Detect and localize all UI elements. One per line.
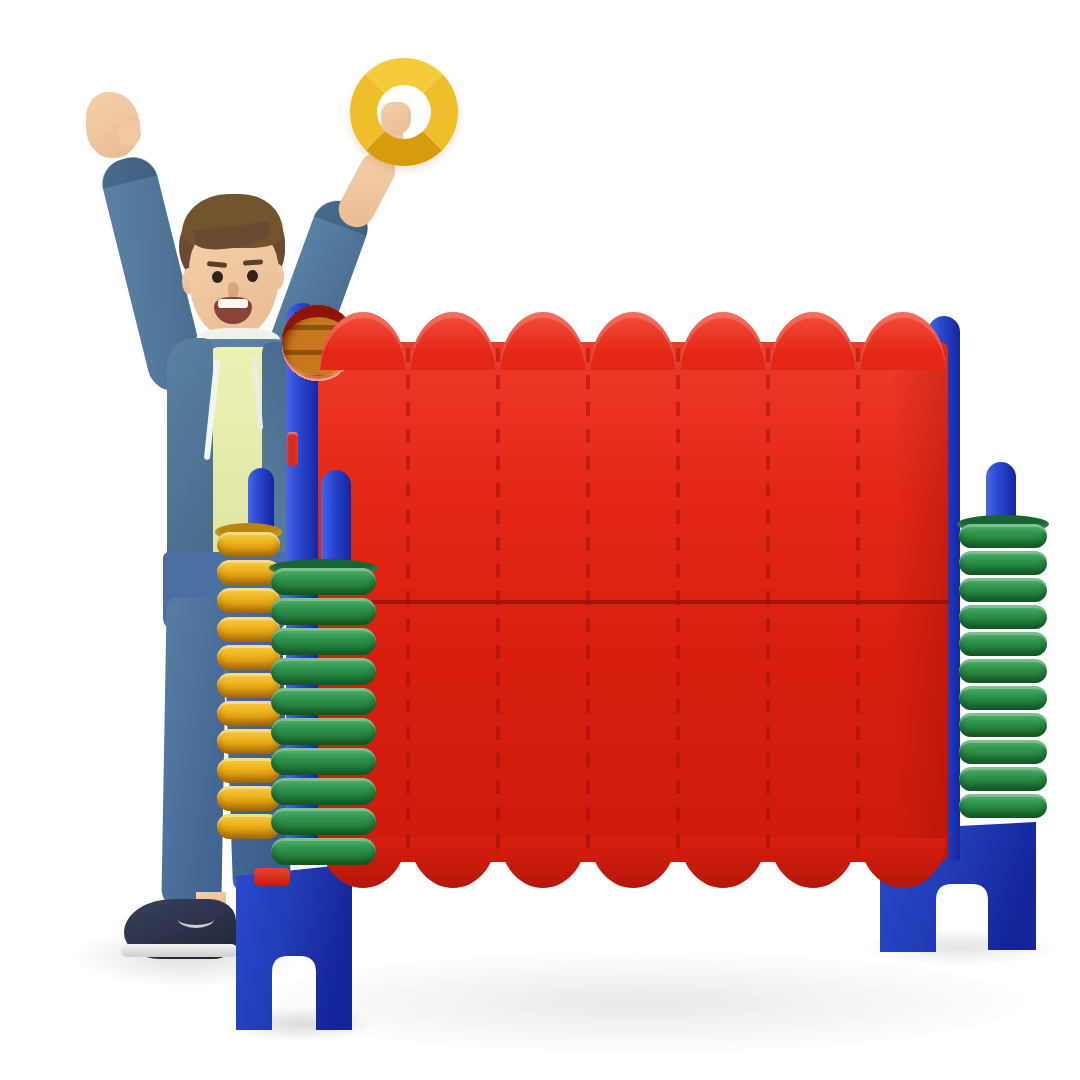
stored-ring-green-6	[271, 718, 376, 745]
stored-ring-green-7	[959, 686, 1047, 710]
shoe-sole	[121, 944, 238, 957]
frame-left-leg	[228, 856, 360, 1036]
child-left-thumb	[118, 120, 141, 146]
board-scallop-top-6	[770, 312, 856, 370]
board-column-ridge-1	[406, 348, 410, 856]
stored-ring-green-2	[959, 551, 1047, 575]
stored-ring-green-1	[959, 524, 1047, 548]
board-column-ridge-6	[856, 348, 860, 856]
stored-ring-green-9	[959, 740, 1047, 764]
stored-ring-green-8	[959, 713, 1047, 737]
stored-ring-green-2	[271, 598, 376, 625]
board-scallop-bottom-5	[680, 838, 766, 888]
stored-ring-green-7	[271, 748, 376, 775]
board-column-ridge-2	[496, 348, 500, 856]
child-fingers-in-ring	[381, 102, 411, 135]
stored-ring-green-8	[271, 778, 376, 805]
stored-ring-green-10	[959, 767, 1047, 791]
board-scallop-bottom-3	[500, 838, 586, 888]
child-eye	[212, 271, 223, 283]
board-column-ridge-4	[676, 348, 680, 856]
stored-ring-green-11	[959, 794, 1047, 818]
stored-ring-green-5	[959, 632, 1047, 656]
board-scallop-top-2	[410, 312, 496, 370]
stored-ring-green-6	[959, 659, 1047, 683]
ring-stack-left-front-post	[271, 568, 376, 868]
board-half-seam	[318, 600, 948, 604]
stored-ring-green-3	[959, 578, 1047, 602]
stored-ring-green-5	[271, 688, 376, 715]
release-latch	[287, 432, 298, 466]
product-photo-stage	[0, 0, 1080, 1080]
board-scallop-top-5	[680, 312, 766, 370]
board-scallop-bottom-6	[770, 838, 856, 888]
board-scallop-bottom-4	[590, 838, 676, 888]
board-scallop-top-3	[500, 312, 586, 370]
stored-ring-green-1	[271, 568, 376, 595]
board-scallop-bottom-2	[410, 838, 496, 888]
shoe-lace	[178, 910, 214, 928]
board-scallop-top-4	[590, 312, 676, 370]
ring-stack-right-front-post	[959, 524, 1047, 821]
child-teeth	[218, 299, 248, 308]
board-edge-shading	[893, 342, 948, 862]
board-column-ridge-3	[586, 348, 590, 856]
stored-ring-green-9	[271, 808, 376, 835]
child-eye	[247, 270, 258, 282]
child-nose	[228, 282, 239, 298]
stored-ring-green-3	[271, 628, 376, 655]
connect-four-board	[318, 342, 948, 862]
board-column-ridge-5	[766, 348, 770, 856]
stored-ring-green-4	[959, 605, 1047, 629]
floor-shadow-product	[240, 950, 1040, 1055]
stored-ring-yellow-1	[217, 532, 280, 557]
release-slider-handle	[254, 868, 290, 886]
stored-ring-green-4	[271, 658, 376, 685]
stored-ring-green-10	[271, 838, 376, 865]
